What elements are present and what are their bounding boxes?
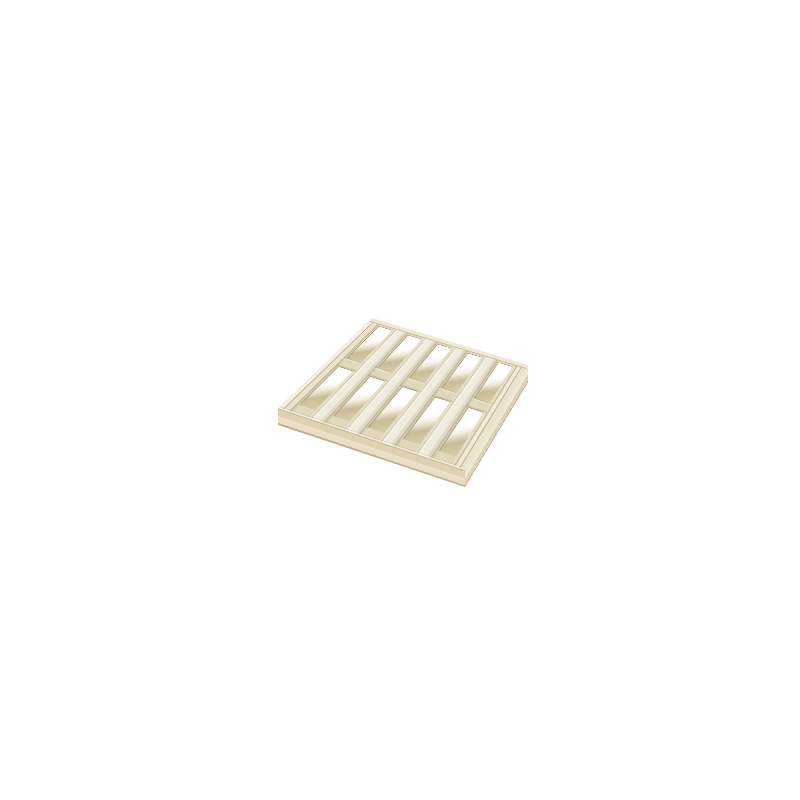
grate-scene [0,0,200,200]
grate-board [278,318,528,470]
product-photo [0,0,800,800]
